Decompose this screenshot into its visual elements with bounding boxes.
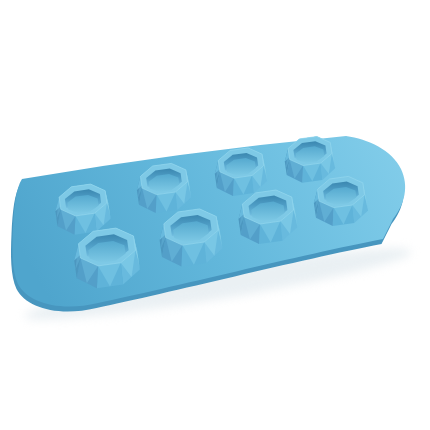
white-background	[0, 0, 430, 430]
product-photo	[0, 0, 430, 430]
silicone-gem-mold-tray-illustration	[0, 0, 430, 430]
